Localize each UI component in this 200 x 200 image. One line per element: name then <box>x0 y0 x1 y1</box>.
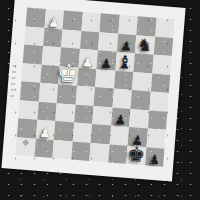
square-a1: ❖ <box>15 137 35 157</box>
square-h3 <box>147 110 167 130</box>
square-g8 <box>136 16 156 36</box>
piece-black-bishop: ♝ <box>116 52 134 71</box>
square-f3: ♟ <box>111 107 131 127</box>
board-grid: ♟♟♞♟♟♝♚♟♟♟❖♚♟ <box>15 8 174 167</box>
square-e1 <box>89 142 109 162</box>
square-d8 <box>81 12 101 32</box>
square-b2: ♟ <box>35 120 55 140</box>
square-c7 <box>61 29 81 49</box>
square-g2: ♟ <box>128 127 148 147</box>
square-b7 <box>43 27 63 47</box>
square-d7 <box>80 30 100 50</box>
piece-black-pawn: ♟ <box>114 113 127 127</box>
piece-black-knight: ♞ <box>136 36 153 54</box>
square-c2 <box>54 121 74 141</box>
square-e4 <box>94 87 114 107</box>
piece-white-pawn: ♟ <box>81 55 94 69</box>
square-b5 <box>40 64 60 84</box>
square-e6: ♟ <box>97 50 117 70</box>
board-emblem: ❖ <box>21 138 30 148</box>
square-a8 <box>26 8 46 28</box>
square-a6 <box>23 44 43 64</box>
square-g4 <box>131 90 151 110</box>
square-f6: ♝ <box>115 52 135 72</box>
square-c8 <box>63 10 83 30</box>
square-e8 <box>99 13 119 33</box>
square-a5 <box>21 63 41 83</box>
piece-black-pawn: ♟ <box>131 133 144 147</box>
square-h7 <box>153 36 173 56</box>
square-e2 <box>91 124 111 144</box>
square-f1 <box>108 144 128 164</box>
chess-board: ♟♟♞♟♟♝♚♟♟♟❖♚♟ <box>1 0 185 181</box>
square-h1: ♟ <box>145 147 165 167</box>
square-h6 <box>152 55 172 75</box>
square-e7 <box>98 32 118 52</box>
square-b1 <box>34 138 54 158</box>
square-a7 <box>24 26 44 46</box>
piece-white-pawn: ♟ <box>48 15 61 29</box>
square-c3 <box>55 103 75 123</box>
photo-background: ♟♟♞♟♟♝♚♟♟♟❖♚♟ <box>0 0 200 200</box>
square-h5 <box>150 73 170 93</box>
square-f8 <box>118 15 138 35</box>
square-a3 <box>18 100 38 120</box>
square-f5 <box>114 70 134 90</box>
square-e5 <box>95 69 115 89</box>
square-g7: ♞ <box>135 35 155 55</box>
square-d6: ♟ <box>78 49 98 69</box>
piece-black-pawn: ♟ <box>148 153 161 167</box>
board-edge-marking <box>10 65 17 101</box>
square-g3 <box>129 108 149 128</box>
square-d1 <box>71 141 91 161</box>
square-b6 <box>41 46 61 66</box>
square-c6 <box>60 47 80 67</box>
square-d4 <box>75 86 95 106</box>
square-g6 <box>133 53 153 73</box>
square-e3 <box>92 106 112 126</box>
square-f4 <box>112 89 132 109</box>
square-b3 <box>37 101 57 121</box>
square-d3 <box>74 104 94 124</box>
square-d2 <box>72 123 92 143</box>
piece-black-king: ♚ <box>126 144 145 165</box>
square-f2 <box>109 125 129 145</box>
square-g1: ♚ <box>126 145 146 165</box>
piece-black-pawn: ♟ <box>120 39 133 53</box>
square-h2 <box>146 128 166 148</box>
square-f7: ♟ <box>116 33 136 53</box>
square-c5: ♚ <box>58 66 78 86</box>
square-c4 <box>57 84 77 104</box>
square-b8: ♟ <box>44 9 64 29</box>
square-d5 <box>77 67 97 87</box>
square-h4 <box>149 91 169 111</box>
square-a2 <box>17 118 37 138</box>
square-h8 <box>155 18 175 38</box>
square-c1 <box>52 140 72 160</box>
square-b4 <box>38 83 58 103</box>
square-a4 <box>20 81 40 101</box>
piece-white-pawn: ♟ <box>39 125 52 139</box>
square-g5 <box>132 72 152 92</box>
piece-black-pawn: ♟ <box>100 56 113 70</box>
